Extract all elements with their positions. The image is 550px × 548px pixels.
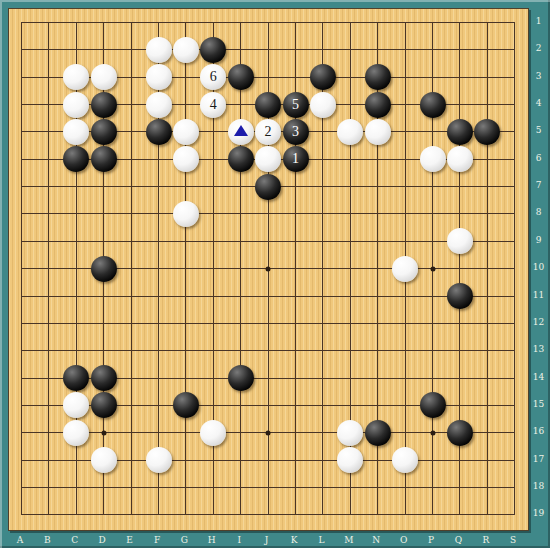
column-label: Q xyxy=(449,533,467,547)
row-label: 11 xyxy=(528,288,549,302)
grid-line-vertical xyxy=(487,22,488,515)
black-stone xyxy=(255,92,281,118)
move-number-label: 2 xyxy=(265,125,272,139)
white-stone xyxy=(146,37,172,63)
white-stone xyxy=(173,119,199,145)
grid-line-horizontal xyxy=(21,323,515,324)
move-number-label: 5 xyxy=(292,98,299,112)
black-stone xyxy=(474,119,500,145)
column-label: H xyxy=(203,533,221,547)
move-number-label: 1 xyxy=(292,152,299,166)
white-stone xyxy=(228,119,254,145)
black-stone xyxy=(365,92,391,118)
black-stone: 3 xyxy=(283,119,309,145)
row-label: 17 xyxy=(528,452,549,466)
triangle-marker-icon xyxy=(234,125,248,136)
white-stone xyxy=(255,146,281,172)
black-stone xyxy=(228,64,254,90)
row-label: 4 xyxy=(528,96,549,110)
row-label: 18 xyxy=(528,479,549,493)
row-label: 2 xyxy=(528,41,549,55)
black-stone xyxy=(91,92,117,118)
black-stone: 5 xyxy=(283,92,309,118)
black-stone xyxy=(420,92,446,118)
move-number-label: 6 xyxy=(210,70,217,84)
star-point xyxy=(430,430,435,435)
go-diagram-screenshot: 645231 ABCDEFGHIJKLMNOPQRS12345678910111… xyxy=(0,0,550,548)
white-stone xyxy=(146,92,172,118)
black-stone xyxy=(91,256,117,282)
grid-line-horizontal xyxy=(21,487,515,488)
row-label: 8 xyxy=(528,205,549,219)
black-stone xyxy=(146,119,172,145)
grid-line-horizontal xyxy=(21,296,515,297)
column-label: P xyxy=(422,533,440,547)
white-stone xyxy=(63,420,89,446)
white-stone xyxy=(91,447,117,473)
black-stone xyxy=(228,365,254,391)
column-label: S xyxy=(504,533,522,547)
row-label: 16 xyxy=(528,424,549,438)
white-stone xyxy=(63,92,89,118)
black-stone xyxy=(228,146,254,172)
row-label: 3 xyxy=(528,69,549,83)
grid-line-vertical xyxy=(514,22,515,515)
black-stone xyxy=(365,64,391,90)
white-stone: 2 xyxy=(255,119,281,145)
black-stone xyxy=(63,365,89,391)
star-point xyxy=(266,430,271,435)
white-stone xyxy=(146,447,172,473)
row-label: 12 xyxy=(528,315,549,329)
grid-line-horizontal xyxy=(21,350,515,351)
white-stone xyxy=(200,420,226,446)
move-number-label: 4 xyxy=(210,98,217,112)
black-stone xyxy=(447,283,473,309)
white-stone: 6 xyxy=(200,64,226,90)
row-label: 5 xyxy=(528,123,549,137)
white-stone xyxy=(91,64,117,90)
black-stone xyxy=(447,420,473,446)
grid-line-horizontal xyxy=(21,514,515,515)
white-stone xyxy=(447,146,473,172)
column-label: M xyxy=(340,533,358,547)
column-label: L xyxy=(312,533,330,547)
white-stone xyxy=(173,37,199,63)
column-label: F xyxy=(148,533,166,547)
black-stone xyxy=(91,146,117,172)
white-stone xyxy=(173,146,199,172)
white-stone xyxy=(337,119,363,145)
column-label: K xyxy=(285,533,303,547)
black-stone xyxy=(420,392,446,418)
white-stone xyxy=(337,420,363,446)
go-board[interactable]: 645231 xyxy=(8,8,529,531)
row-label: 6 xyxy=(528,151,549,165)
move-number-label: 3 xyxy=(292,125,299,139)
white-stone xyxy=(365,119,391,145)
black-stone xyxy=(310,64,336,90)
star-point xyxy=(430,266,435,271)
column-label: R xyxy=(477,533,495,547)
column-label: D xyxy=(93,533,111,547)
white-stone xyxy=(447,228,473,254)
row-label: 15 xyxy=(528,397,549,411)
column-label: J xyxy=(258,533,276,547)
row-label: 13 xyxy=(528,342,549,356)
black-stone: 1 xyxy=(283,146,309,172)
white-stone xyxy=(310,92,336,118)
white-stone xyxy=(63,392,89,418)
black-stone xyxy=(255,174,281,200)
row-label: 19 xyxy=(528,506,549,520)
white-stone xyxy=(146,64,172,90)
row-label: 14 xyxy=(528,370,549,384)
white-stone: 4 xyxy=(200,92,226,118)
white-stone xyxy=(173,201,199,227)
white-stone xyxy=(392,256,418,282)
row-label: 9 xyxy=(528,233,549,247)
white-stone xyxy=(392,447,418,473)
white-stone xyxy=(337,447,363,473)
black-stone xyxy=(200,37,226,63)
column-label: C xyxy=(66,533,84,547)
white-stone xyxy=(420,146,446,172)
black-stone xyxy=(91,365,117,391)
star-point xyxy=(266,266,271,271)
black-stone xyxy=(447,119,473,145)
black-stone xyxy=(91,119,117,145)
star-point xyxy=(101,430,106,435)
column-label: E xyxy=(121,533,139,547)
black-stone xyxy=(63,146,89,172)
black-stone xyxy=(91,392,117,418)
column-label: N xyxy=(367,533,385,547)
column-label: A xyxy=(11,533,29,547)
row-label: 10 xyxy=(528,260,549,274)
row-label: 7 xyxy=(528,178,549,192)
white-stone xyxy=(63,119,89,145)
black-stone xyxy=(173,392,199,418)
column-label: O xyxy=(395,533,413,547)
black-stone xyxy=(365,420,391,446)
column-label: I xyxy=(230,533,248,547)
column-label: B xyxy=(38,533,56,547)
column-label: G xyxy=(175,533,193,547)
row-label: 1 xyxy=(528,14,549,28)
white-stone xyxy=(63,64,89,90)
